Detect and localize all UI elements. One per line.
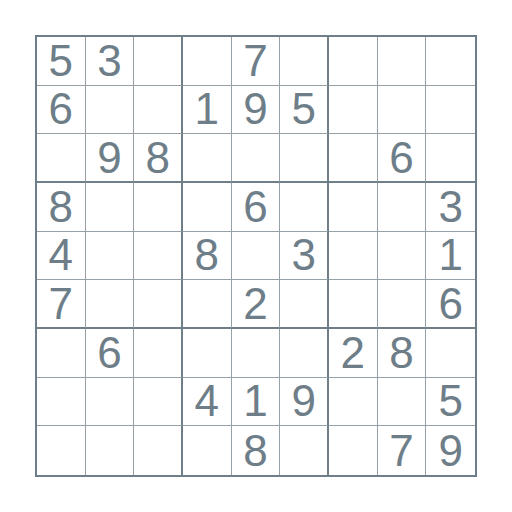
given-cell-r7c7: 2 xyxy=(329,329,378,378)
empty-cell-r6c3[interactable] xyxy=(134,280,183,329)
empty-cell-r2c7[interactable] xyxy=(329,86,378,135)
empty-cell-r6c6[interactable] xyxy=(280,280,329,329)
empty-cell-r2c3[interactable] xyxy=(134,86,183,135)
empty-cell-r8c7[interactable] xyxy=(329,378,378,427)
empty-cell-r3c9[interactable] xyxy=(426,134,475,183)
given-cell-r2c1: 6 xyxy=(37,86,86,135)
empty-cell-r2c9[interactable] xyxy=(426,86,475,135)
empty-cell-r7c6[interactable] xyxy=(280,329,329,378)
given-cell-r3c8: 6 xyxy=(378,134,427,183)
given-cell-r2c4: 1 xyxy=(183,86,232,135)
empty-cell-r3c4[interactable] xyxy=(183,134,232,183)
given-cell-r1c2: 3 xyxy=(86,37,135,86)
empty-cell-r6c4[interactable] xyxy=(183,280,232,329)
empty-cell-r3c5[interactable] xyxy=(232,134,281,183)
empty-cell-r1c7[interactable] xyxy=(329,37,378,86)
given-cell-r4c5: 6 xyxy=(232,183,281,232)
empty-cell-r5c5[interactable] xyxy=(232,232,281,281)
given-cell-r4c1: 8 xyxy=(37,183,86,232)
empty-cell-r1c4[interactable] xyxy=(183,37,232,86)
empty-cell-r8c8[interactable] xyxy=(378,378,427,427)
given-cell-r9c9: 9 xyxy=(426,426,475,475)
empty-cell-r2c2[interactable] xyxy=(86,86,135,135)
given-cell-r1c1: 5 xyxy=(37,37,86,86)
given-cell-r8c6: 9 xyxy=(280,378,329,427)
given-cell-r2c6: 5 xyxy=(280,86,329,135)
empty-cell-r9c3[interactable] xyxy=(134,426,183,475)
empty-cell-r4c4[interactable] xyxy=(183,183,232,232)
empty-cell-r2c8[interactable] xyxy=(378,86,427,135)
empty-cell-r6c2[interactable] xyxy=(86,280,135,329)
empty-cell-r7c1[interactable] xyxy=(37,329,86,378)
given-cell-r2c5: 9 xyxy=(232,86,281,135)
given-cell-r6c9: 6 xyxy=(426,280,475,329)
empty-cell-r7c4[interactable] xyxy=(183,329,232,378)
given-cell-r6c1: 7 xyxy=(37,280,86,329)
given-cell-r6c5: 2 xyxy=(232,280,281,329)
given-cell-r4c9: 3 xyxy=(426,183,475,232)
empty-cell-r1c6[interactable] xyxy=(280,37,329,86)
empty-cell-r5c2[interactable] xyxy=(86,232,135,281)
empty-cell-r4c3[interactable] xyxy=(134,183,183,232)
given-cell-r3c2: 9 xyxy=(86,134,135,183)
given-cell-r5c9: 1 xyxy=(426,232,475,281)
empty-cell-r8c1[interactable] xyxy=(37,378,86,427)
given-cell-r5c1: 4 xyxy=(37,232,86,281)
empty-cell-r5c7[interactable] xyxy=(329,232,378,281)
given-cell-r5c4: 8 xyxy=(183,232,232,281)
empty-cell-r6c8[interactable] xyxy=(378,280,427,329)
empty-cell-r9c2[interactable] xyxy=(86,426,135,475)
empty-cell-r4c2[interactable] xyxy=(86,183,135,232)
empty-cell-r6c7[interactable] xyxy=(329,280,378,329)
sudoku-board: 537619598686348317266284195879 xyxy=(35,35,477,477)
given-cell-r5c6: 3 xyxy=(280,232,329,281)
empty-cell-r4c6[interactable] xyxy=(280,183,329,232)
given-cell-r9c5: 8 xyxy=(232,426,281,475)
empty-cell-r1c3[interactable] xyxy=(134,37,183,86)
given-cell-r1c5: 7 xyxy=(232,37,281,86)
given-cell-r8c5: 1 xyxy=(232,378,281,427)
empty-cell-r8c3[interactable] xyxy=(134,378,183,427)
empty-cell-r7c5[interactable] xyxy=(232,329,281,378)
empty-cell-r1c8[interactable] xyxy=(378,37,427,86)
given-cell-r7c8: 8 xyxy=(378,329,427,378)
given-cell-r3c3: 8 xyxy=(134,134,183,183)
given-cell-r7c2: 6 xyxy=(86,329,135,378)
given-cell-r8c9: 5 xyxy=(426,378,475,427)
empty-cell-r3c1[interactable] xyxy=(37,134,86,183)
given-cell-r9c8: 7 xyxy=(378,426,427,475)
empty-cell-r4c8[interactable] xyxy=(378,183,427,232)
empty-cell-r3c7[interactable] xyxy=(329,134,378,183)
empty-cell-r9c1[interactable] xyxy=(37,426,86,475)
empty-cell-r7c3[interactable] xyxy=(134,329,183,378)
empty-cell-r3c6[interactable] xyxy=(280,134,329,183)
empty-cell-r9c4[interactable] xyxy=(183,426,232,475)
empty-cell-r1c9[interactable] xyxy=(426,37,475,86)
empty-cell-r4c7[interactable] xyxy=(329,183,378,232)
empty-cell-r5c3[interactable] xyxy=(134,232,183,281)
empty-cell-r7c9[interactable] xyxy=(426,329,475,378)
empty-cell-r8c2[interactable] xyxy=(86,378,135,427)
empty-cell-r9c7[interactable] xyxy=(329,426,378,475)
given-cell-r8c4: 4 xyxy=(183,378,232,427)
empty-cell-r5c8[interactable] xyxy=(378,232,427,281)
empty-cell-r9c6[interactable] xyxy=(280,426,329,475)
